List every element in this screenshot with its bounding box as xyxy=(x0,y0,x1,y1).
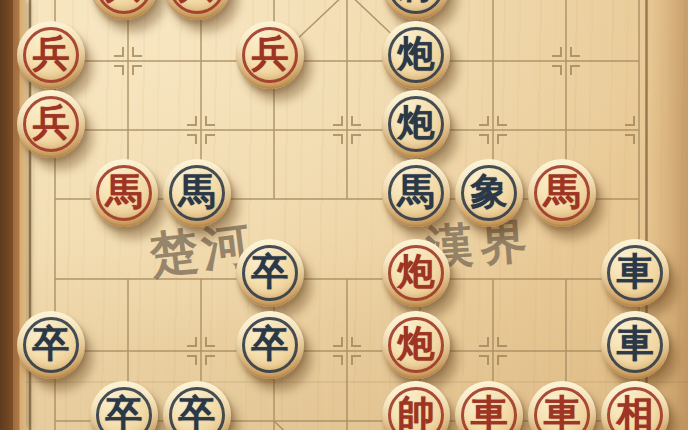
piece-character: 卒 xyxy=(106,395,143,430)
piece-character: 將 xyxy=(398,0,435,3)
piece-character: 車 xyxy=(544,395,581,430)
piece-character: 卒 xyxy=(252,253,289,290)
piece-black-general[interactable]: 將 xyxy=(382,0,450,20)
piece-character: 兵 xyxy=(106,0,143,3)
piece-character: 馬 xyxy=(179,173,216,210)
pieces-layer: 兵兵將兵兵炮兵炮馬馬馬象馬卒炮車卒卒炮車卒卒帥車車相 xyxy=(0,0,688,430)
piece-character: 車 xyxy=(617,325,654,362)
piece-red-soldier[interactable]: 兵 xyxy=(17,21,85,89)
piece-red-soldier[interactable]: 兵 xyxy=(163,0,231,20)
piece-black-cannon[interactable]: 炮 xyxy=(382,90,450,158)
piece-character: 相 xyxy=(617,395,654,430)
piece-red-chariot[interactable]: 車 xyxy=(528,381,596,430)
piece-character: 炮 xyxy=(398,253,435,290)
piece-black-soldier[interactable]: 卒 xyxy=(17,311,85,379)
piece-character: 卒 xyxy=(252,325,289,362)
piece-red-cannon[interactable]: 炮 xyxy=(382,311,450,379)
piece-black-cannon[interactable]: 炮 xyxy=(382,21,450,89)
piece-black-soldier[interactable]: 卒 xyxy=(236,239,304,307)
piece-black-soldier[interactable]: 卒 xyxy=(236,311,304,379)
piece-black-elephant[interactable]: 象 xyxy=(455,159,523,227)
piece-character: 炮 xyxy=(398,35,435,72)
piece-red-soldier[interactable]: 兵 xyxy=(236,21,304,89)
xiangqi-board-screen: 楚河 漢界 兵兵將兵兵炮兵炮馬馬馬象馬卒炮車卒卒炮車卒卒帥車車相 xyxy=(0,0,688,430)
piece-character: 炮 xyxy=(398,104,435,141)
piece-character: 兵 xyxy=(33,35,70,72)
piece-character: 車 xyxy=(617,253,654,290)
piece-red-horse[interactable]: 馬 xyxy=(90,159,158,227)
piece-red-chariot[interactable]: 車 xyxy=(455,381,523,430)
piece-red-soldier[interactable]: 兵 xyxy=(90,0,158,20)
piece-character: 馬 xyxy=(398,173,435,210)
piece-black-horse[interactable]: 馬 xyxy=(163,159,231,227)
piece-character: 卒 xyxy=(179,395,216,430)
piece-red-horse[interactable]: 馬 xyxy=(528,159,596,227)
piece-character: 兵 xyxy=(33,104,70,141)
piece-character: 兵 xyxy=(252,35,289,72)
piece-character: 卒 xyxy=(33,325,70,362)
piece-character: 車 xyxy=(471,395,508,430)
piece-character: 帥 xyxy=(398,395,435,430)
piece-black-soldier[interactable]: 卒 xyxy=(163,381,231,430)
piece-red-soldier[interactable]: 兵 xyxy=(17,90,85,158)
piece-character: 炮 xyxy=(398,325,435,362)
piece-character: 馬 xyxy=(544,173,581,210)
piece-character: 兵 xyxy=(179,0,216,3)
piece-character: 象 xyxy=(471,173,508,210)
piece-red-elephant[interactable]: 相 xyxy=(601,381,669,430)
piece-black-chariot[interactable]: 車 xyxy=(601,311,669,379)
piece-red-cannon[interactable]: 炮 xyxy=(382,239,450,307)
piece-character: 馬 xyxy=(106,173,143,210)
piece-red-general[interactable]: 帥 xyxy=(382,381,450,430)
piece-black-soldier[interactable]: 卒 xyxy=(90,381,158,430)
piece-black-horse[interactable]: 馬 xyxy=(382,159,450,227)
piece-black-chariot[interactable]: 車 xyxy=(601,239,669,307)
